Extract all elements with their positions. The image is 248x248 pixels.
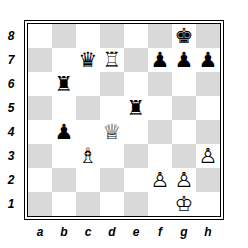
- square-g6[interactable]: [172, 72, 196, 96]
- file-label-f: f: [148, 224, 172, 240]
- black-king[interactable]: ♚: [175, 24, 194, 48]
- black-queen[interactable]: ♛: [79, 48, 98, 72]
- file-label-g: g: [172, 224, 196, 240]
- file-label-d: d: [100, 224, 124, 240]
- square-b2[interactable]: [52, 168, 76, 192]
- rank-label-4: 4: [2, 120, 20, 144]
- rank-label-3: 3: [2, 144, 20, 168]
- square-h8[interactable]: [196, 24, 220, 48]
- square-d4[interactable]: ♕: [100, 120, 124, 144]
- square-g7[interactable]: ♟: [172, 48, 196, 72]
- square-g5[interactable]: [172, 96, 196, 120]
- square-f7[interactable]: ♟: [148, 48, 172, 72]
- file-label-e: e: [124, 224, 148, 240]
- square-b6[interactable]: ♜: [52, 72, 76, 96]
- square-c4[interactable]: [76, 120, 100, 144]
- white-bishop[interactable]: ♗: [79, 144, 98, 168]
- square-e8[interactable]: [124, 24, 148, 48]
- square-e7[interactable]: [124, 48, 148, 72]
- file-label-c: c: [76, 224, 100, 240]
- square-g8[interactable]: ♚: [172, 24, 196, 48]
- square-h6[interactable]: [196, 72, 220, 96]
- rank-label-5: 5: [2, 96, 20, 120]
- square-g2[interactable]: ♙: [172, 168, 196, 192]
- rank-label-6: 6: [2, 72, 20, 96]
- white-pawn[interactable]: ♙: [199, 144, 218, 168]
- chess-board: ♚♛♖♟♟♟♜♜♟♕♗♙♙♙♔: [28, 24, 220, 216]
- square-d5[interactable]: [100, 96, 124, 120]
- square-g4[interactable]: [172, 120, 196, 144]
- rank-label-8: 8: [2, 24, 20, 48]
- square-e4[interactable]: [124, 120, 148, 144]
- square-e2[interactable]: [124, 168, 148, 192]
- square-c8[interactable]: [76, 24, 100, 48]
- square-a7[interactable]: [28, 48, 52, 72]
- square-e3[interactable]: [124, 144, 148, 168]
- square-f4[interactable]: [148, 120, 172, 144]
- rank-labels: 87654321: [2, 24, 20, 216]
- black-pawn[interactable]: ♟: [55, 120, 74, 144]
- square-a2[interactable]: [28, 168, 52, 192]
- square-g1[interactable]: ♔: [172, 192, 196, 216]
- square-f8[interactable]: [148, 24, 172, 48]
- square-c1[interactable]: [76, 192, 100, 216]
- square-h2[interactable]: [196, 168, 220, 192]
- square-g3[interactable]: [172, 144, 196, 168]
- black-pawn[interactable]: ♟: [175, 48, 194, 72]
- square-a1[interactable]: [28, 192, 52, 216]
- square-h1[interactable]: [196, 192, 220, 216]
- square-a3[interactable]: [28, 144, 52, 168]
- file-label-h: h: [196, 224, 220, 240]
- square-a8[interactable]: [28, 24, 52, 48]
- square-d1[interactable]: [100, 192, 124, 216]
- rank-label-2: 2: [2, 168, 20, 192]
- square-b5[interactable]: [52, 96, 76, 120]
- file-label-b: b: [52, 224, 76, 240]
- chess-diagram: 87654321 ♚♛♖♟♟♟♜♜♟♕♗♙♙♙♔ abcdefgh: [0, 0, 248, 248]
- black-rook[interactable]: ♜: [55, 72, 74, 96]
- black-pawn[interactable]: ♟: [199, 48, 218, 72]
- square-c2[interactable]: [76, 168, 100, 192]
- square-f3[interactable]: [148, 144, 172, 168]
- rank-label-1: 1: [2, 192, 20, 216]
- board-frame: ♚♛♖♟♟♟♜♜♟♕♗♙♙♙♔: [24, 20, 224, 220]
- square-f5[interactable]: [148, 96, 172, 120]
- square-d2[interactable]: [100, 168, 124, 192]
- white-queen[interactable]: ♕: [103, 120, 122, 144]
- square-h7[interactable]: ♟: [196, 48, 220, 72]
- white-king[interactable]: ♔: [175, 192, 194, 216]
- square-e1[interactable]: [124, 192, 148, 216]
- square-h4[interactable]: [196, 120, 220, 144]
- square-h3[interactable]: ♙: [196, 144, 220, 168]
- square-b8[interactable]: [52, 24, 76, 48]
- square-c3[interactable]: ♗: [76, 144, 100, 168]
- board-inner: ♚♛♖♟♟♟♜♜♟♕♗♙♙♙♔: [27, 23, 221, 217]
- square-d6[interactable]: [100, 72, 124, 96]
- file-labels: abcdefgh: [28, 224, 220, 240]
- square-a4[interactable]: [28, 120, 52, 144]
- white-rook[interactable]: ♖: [103, 48, 122, 72]
- white-pawn[interactable]: ♙: [175, 168, 194, 192]
- square-d7[interactable]: ♖: [100, 48, 124, 72]
- black-rook[interactable]: ♜: [127, 96, 146, 120]
- square-e5[interactable]: ♜: [124, 96, 148, 120]
- square-h5[interactable]: [196, 96, 220, 120]
- square-f6[interactable]: [148, 72, 172, 96]
- square-b1[interactable]: [52, 192, 76, 216]
- square-a6[interactable]: [28, 72, 52, 96]
- white-pawn[interactable]: ♙: [151, 168, 170, 192]
- square-a5[interactable]: [28, 96, 52, 120]
- square-c5[interactable]: [76, 96, 100, 120]
- square-c6[interactable]: [76, 72, 100, 96]
- square-f2[interactable]: ♙: [148, 168, 172, 192]
- square-b3[interactable]: [52, 144, 76, 168]
- square-b7[interactable]: [52, 48, 76, 72]
- square-c7[interactable]: ♛: [76, 48, 100, 72]
- square-d3[interactable]: [100, 144, 124, 168]
- black-pawn[interactable]: ♟: [151, 48, 170, 72]
- square-e6[interactable]: [124, 72, 148, 96]
- file-label-a: a: [28, 224, 52, 240]
- square-b4[interactable]: ♟: [52, 120, 76, 144]
- rank-label-7: 7: [2, 48, 20, 72]
- square-f1[interactable]: [148, 192, 172, 216]
- square-d8[interactable]: [100, 24, 124, 48]
